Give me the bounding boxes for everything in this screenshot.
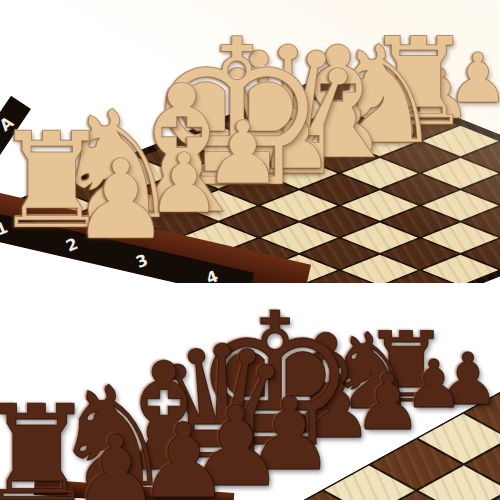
black-rook: ♜ [363,320,450,417]
black-knight: ♞ [51,369,175,500]
product-photo-collage: A 1234 ♜♞♝♚♛♝♞♜♟♟♟♟♟♟♟♟ ♜♞♝♛♚♝♞♜♟♟♟♟♟♟♟♟ [0,0,500,500]
rank-label-4: 4 [203,266,220,283]
photo-gap [0,283,500,296]
black-pawn: ♟ [303,372,372,449]
black-knight: ♞ [324,320,418,425]
file-letter-band: A [0,96,31,179]
black-king: ♚ [193,296,358,473]
black-queen: ♛ [152,326,292,482]
black-pieces-photo: ♜♞♝♛♚♝♞♜♟♟♟♟♟♟♟♟ [0,296,500,500]
rank-label-3: 3 [133,250,150,272]
file-label-a: A [0,113,17,136]
board-squares [134,386,500,500]
black-pawn: ♟ [245,384,335,485]
rank-label-1: 1 [0,217,10,239]
black-pawn: ♟ [353,364,422,441]
black-chess-board [134,386,500,500]
white-pawn: ♟ [447,44,500,113]
black-bishop: ♝ [97,343,231,492]
board-side-wood [34,479,235,500]
rank-label-2: 2 [63,234,80,256]
black-pawn: ♟ [404,352,463,418]
black-bishop: ♝ [265,317,387,454]
white-pieces-photo: A 1234 ♜♞♝♚♛♝♞♜♟♟♟♟♟♟♟♟ [0,0,500,283]
black-pawn: ♟ [187,392,286,500]
